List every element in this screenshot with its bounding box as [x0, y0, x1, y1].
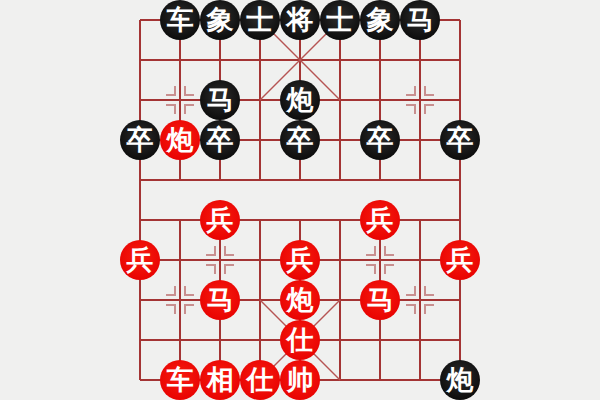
piece-red-cannon[interactable]: 炮 [280, 280, 320, 320]
piece-black-cannon[interactable]: 炮 [280, 80, 320, 120]
piece-red-horse[interactable]: 马 [200, 280, 240, 320]
piece-black-pawn[interactable]: 卒 [280, 120, 320, 160]
piece-red-general[interactable]: 帅 [280, 360, 320, 400]
piece-black-pawn[interactable]: 卒 [440, 120, 480, 160]
piece-red-pawn[interactable]: 兵 [280, 240, 320, 280]
piece-black-elephant[interactable]: 象 [200, 0, 240, 40]
piece-red-chariot[interactable]: 车 [160, 360, 200, 400]
piece-black-general[interactable]: 将 [280, 0, 320, 40]
piece-black-cannon[interactable]: 炮 [440, 360, 480, 400]
piece-black-horse[interactable]: 马 [200, 80, 240, 120]
piece-red-elephant[interactable]: 相 [200, 360, 240, 400]
piece-red-pawn[interactable]: 兵 [200, 200, 240, 240]
piece-red-pawn[interactable]: 兵 [120, 240, 160, 280]
piece-black-pawn[interactable]: 卒 [360, 120, 400, 160]
piece-black-elephant[interactable]: 象 [360, 0, 400, 40]
piece-red-pawn[interactable]: 兵 [360, 200, 400, 240]
piece-black-pawn[interactable]: 卒 [200, 120, 240, 160]
piece-black-advisor[interactable]: 士 [320, 0, 360, 40]
piece-black-pawn[interactable]: 卒 [120, 120, 160, 160]
xiangqi-board-stage: 车象士将士象马马炮卒炮卒卒卒卒兵兵兵兵兵马炮马仕车相仕帅炮 [0, 0, 600, 400]
piece-black-chariot[interactable]: 车 [160, 0, 200, 40]
piece-black-advisor[interactable]: 士 [240, 0, 280, 40]
piece-red-horse[interactable]: 马 [360, 280, 400, 320]
piece-red-pawn[interactable]: 兵 [440, 240, 480, 280]
piece-grid: 车象士将士象马马炮卒炮卒卒卒卒兵兵兵兵兵马炮马仕车相仕帅炮 [120, 0, 480, 400]
piece-red-advisor[interactable]: 仕 [280, 320, 320, 360]
piece-red-cannon[interactable]: 炮 [160, 120, 200, 160]
piece-red-advisor[interactable]: 仕 [240, 360, 280, 400]
piece-black-horse[interactable]: 马 [400, 0, 440, 40]
